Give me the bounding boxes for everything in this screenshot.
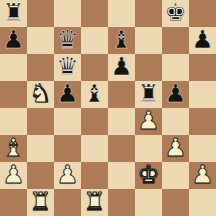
square-f6[interactable] — [135, 54, 162, 81]
square-e7[interactable]: ♝ — [108, 27, 135, 54]
square-f5[interactable]: ♜ — [135, 81, 162, 108]
square-d1[interactable]: ♜ — [81, 189, 108, 216]
piece-black-rook-f5[interactable]: ♜ — [137, 81, 159, 107]
square-a6[interactable] — [0, 54, 27, 81]
square-d5[interactable]: ♝ — [81, 81, 108, 108]
piece-white-rook-b1[interactable]: ♜ — [29, 189, 51, 215]
piece-white-pawn-f4[interactable]: ♟ — [137, 108, 159, 134]
square-h1[interactable] — [189, 189, 216, 216]
square-b5[interactable]: ♞ — [27, 81, 54, 108]
square-a2[interactable]: ♟ — [0, 162, 27, 189]
square-b8[interactable] — [27, 0, 54, 27]
piece-white-bishop-a3[interactable]: ♝ — [2, 135, 24, 161]
square-f7[interactable] — [135, 27, 162, 54]
square-e4[interactable] — [108, 108, 135, 135]
square-d8[interactable] — [81, 0, 108, 27]
square-a4[interactable] — [0, 108, 27, 135]
piece-black-bishop-e7[interactable]: ♝ — [110, 27, 132, 53]
square-g2[interactable] — [162, 162, 189, 189]
square-e1[interactable] — [108, 189, 135, 216]
square-b2[interactable] — [27, 162, 54, 189]
piece-black-queen-c6[interactable]: ♛ — [56, 54, 78, 80]
square-e3[interactable] — [108, 135, 135, 162]
piece-black-pawn-c5[interactable]: ♟ — [56, 81, 78, 107]
square-a5[interactable] — [0, 81, 27, 108]
square-h8[interactable] — [189, 0, 216, 27]
square-c7[interactable]: ♛ — [54, 27, 81, 54]
square-e5[interactable] — [108, 81, 135, 108]
chess-board: ♜♚♟♛♝♟♛♟♞♟♝♜♟♟♝♟♟♟♚♟♜♜ — [0, 0, 216, 216]
square-d7[interactable] — [81, 27, 108, 54]
square-c8[interactable] — [54, 0, 81, 27]
square-e6[interactable]: ♟ — [108, 54, 135, 81]
piece-black-rook-a8[interactable]: ♜ — [2, 0, 24, 26]
square-c1[interactable] — [54, 189, 81, 216]
square-b6[interactable] — [27, 54, 54, 81]
piece-black-queen-c7[interactable]: ♛ — [56, 27, 78, 53]
square-f4[interactable]: ♟ — [135, 108, 162, 135]
piece-black-pawn-a7[interactable]: ♟ — [2, 27, 24, 53]
square-b7[interactable] — [27, 27, 54, 54]
square-g8[interactable]: ♚ — [162, 0, 189, 27]
piece-white-pawn-g3[interactable]: ♟ — [164, 135, 186, 161]
square-e2[interactable] — [108, 162, 135, 189]
square-h5[interactable] — [189, 81, 216, 108]
square-g4[interactable] — [162, 108, 189, 135]
square-g1[interactable] — [162, 189, 189, 216]
square-h4[interactable] — [189, 108, 216, 135]
square-g5[interactable]: ♟ — [162, 81, 189, 108]
piece-white-knight-b5[interactable]: ♞ — [29, 81, 51, 107]
square-g6[interactable] — [162, 54, 189, 81]
piece-black-bishop-d5[interactable]: ♝ — [83, 81, 105, 107]
square-g7[interactable] — [162, 27, 189, 54]
square-a3[interactable]: ♝ — [0, 135, 27, 162]
square-h7[interactable]: ♟ — [189, 27, 216, 54]
piece-white-pawn-a2[interactable]: ♟ — [2, 162, 24, 188]
square-f3[interactable] — [135, 135, 162, 162]
piece-black-pawn-e6[interactable]: ♟ — [110, 54, 132, 80]
square-d2[interactable] — [81, 162, 108, 189]
square-b1[interactable]: ♜ — [27, 189, 54, 216]
square-c5[interactable]: ♟ — [54, 81, 81, 108]
square-a1[interactable] — [0, 189, 27, 216]
square-c4[interactable] — [54, 108, 81, 135]
square-d3[interactable] — [81, 135, 108, 162]
piece-white-pawn-h2[interactable]: ♟ — [191, 162, 213, 188]
piece-black-pawn-g5[interactable]: ♟ — [164, 81, 186, 107]
square-h6[interactable] — [189, 54, 216, 81]
square-a7[interactable]: ♟ — [0, 27, 27, 54]
square-h3[interactable] — [189, 135, 216, 162]
square-d6[interactable] — [81, 54, 108, 81]
square-d4[interactable] — [81, 108, 108, 135]
piece-white-pawn-c2[interactable]: ♟ — [56, 162, 78, 188]
square-f2[interactable]: ♚ — [135, 162, 162, 189]
square-b4[interactable] — [27, 108, 54, 135]
square-b3[interactable] — [27, 135, 54, 162]
square-f8[interactable] — [135, 0, 162, 27]
piece-black-king-g8[interactable]: ♚ — [164, 0, 186, 26]
square-g3[interactable]: ♟ — [162, 135, 189, 162]
square-c6[interactable]: ♛ — [54, 54, 81, 81]
square-f1[interactable] — [135, 189, 162, 216]
piece-white-king-f2[interactable]: ♚ — [137, 162, 159, 188]
square-e8[interactable] — [108, 0, 135, 27]
square-c3[interactable] — [54, 135, 81, 162]
piece-black-pawn-h7[interactable]: ♟ — [191, 27, 213, 53]
square-a8[interactable]: ♜ — [0, 0, 27, 27]
square-c2[interactable]: ♟ — [54, 162, 81, 189]
square-h2[interactable]: ♟ — [189, 162, 216, 189]
piece-white-rook-d1[interactable]: ♜ — [83, 189, 105, 215]
